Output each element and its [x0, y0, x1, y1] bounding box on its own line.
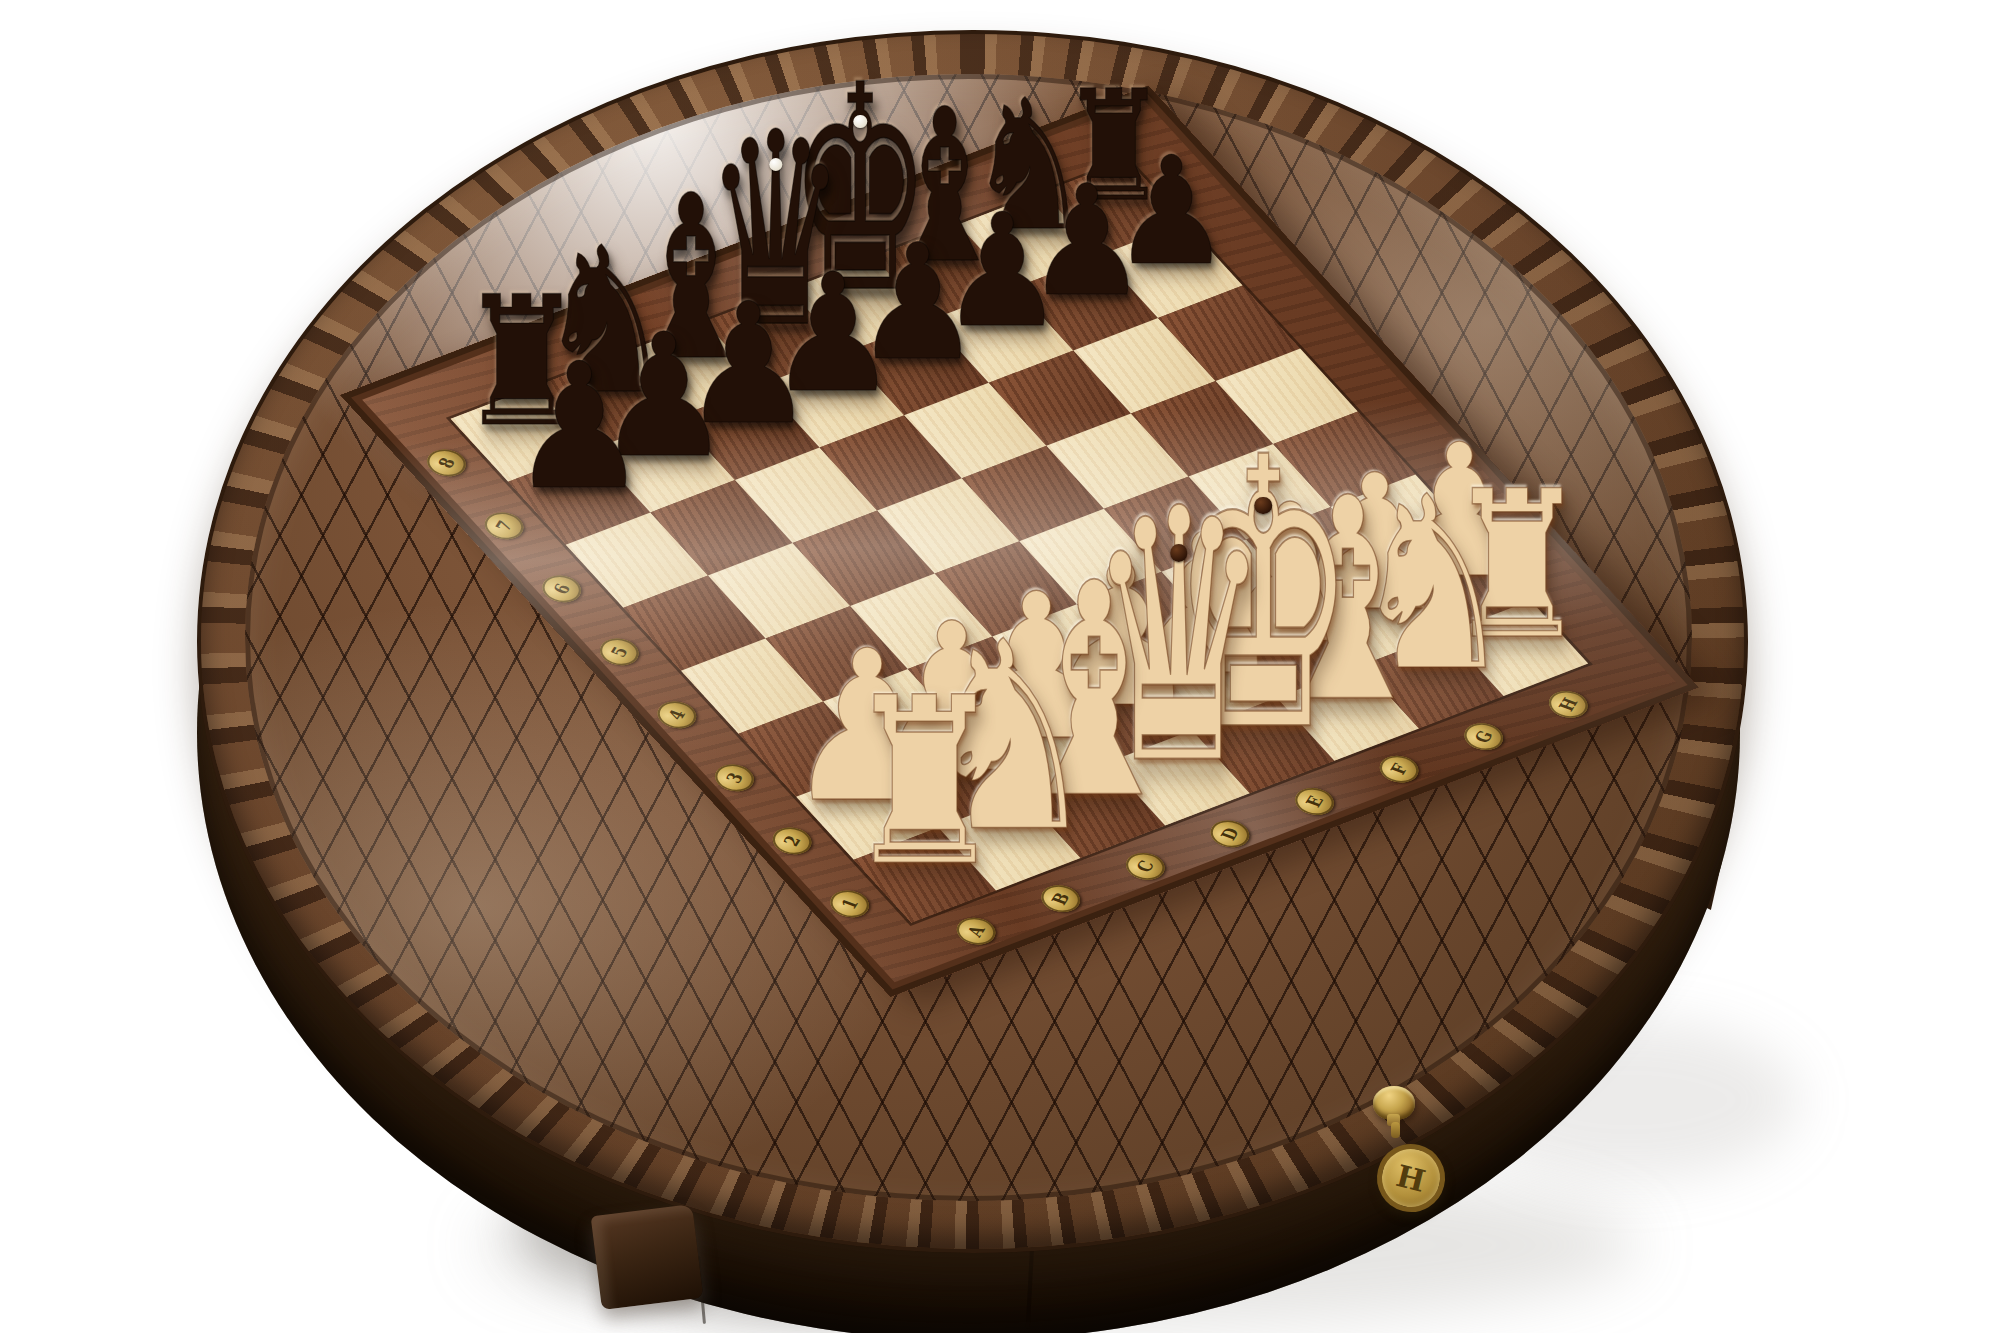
- file-label-d: D: [1205, 816, 1256, 853]
- file-label-c: C: [1120, 848, 1171, 885]
- file-label-b: B: [1035, 880, 1086, 917]
- rank-label-1: 1: [824, 886, 875, 923]
- rank-label-3: 3: [709, 760, 760, 797]
- file-label-h: H: [1543, 686, 1594, 723]
- knob-chain-link: [1391, 1122, 1400, 1138]
- rank-label-5: 5: [594, 634, 645, 671]
- wooden-foot-front: [591, 1204, 704, 1310]
- file-label-e: E: [1289, 783, 1340, 820]
- chess-photo-stage: 8A7B6C5D4E3F2G1H ♜♞♝♛♚♝♞♜♟♟♟♟♟♟♟♟♟♟♟♟♟♟♟…: [0, 0, 2000, 1333]
- file-label-g: G: [1458, 718, 1509, 755]
- file-label-a: A: [951, 913, 1002, 950]
- rank-label-2: 2: [767, 823, 818, 860]
- rank-label-8: 8: [421, 445, 472, 482]
- rank-label-4: 4: [652, 697, 703, 734]
- rank-label-7: 7: [479, 508, 530, 545]
- monogram-letter: H: [1393, 1158, 1429, 1199]
- rank-label-6: 6: [536, 571, 587, 608]
- drawer-knob[interactable]: [1373, 1086, 1415, 1120]
- file-label-f: F: [1374, 751, 1425, 788]
